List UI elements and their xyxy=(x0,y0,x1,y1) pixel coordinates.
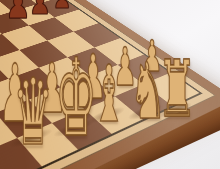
white-kingside-bishop[interactable]: ♝ xyxy=(93,54,126,132)
white-queen[interactable]: ♛ xyxy=(13,68,53,160)
white-king[interactable]: ♚ xyxy=(55,45,97,152)
black-piece-partial-3[interactable]: ♟ xyxy=(53,0,72,13)
photo-scene: ♛♚♝♞♜♟♟♟♟♟♟♟♟ xyxy=(0,0,220,169)
pieces-layer: ♛♚♝♞♜♟♟♟♟♟♟♟♟ xyxy=(0,0,220,169)
black-piece-partial-1[interactable]: ♟ xyxy=(5,0,31,25)
white-kingside-knight[interactable]: ♞ xyxy=(130,51,166,129)
black-piece-partial-2[interactable]: ♟ xyxy=(29,0,51,19)
